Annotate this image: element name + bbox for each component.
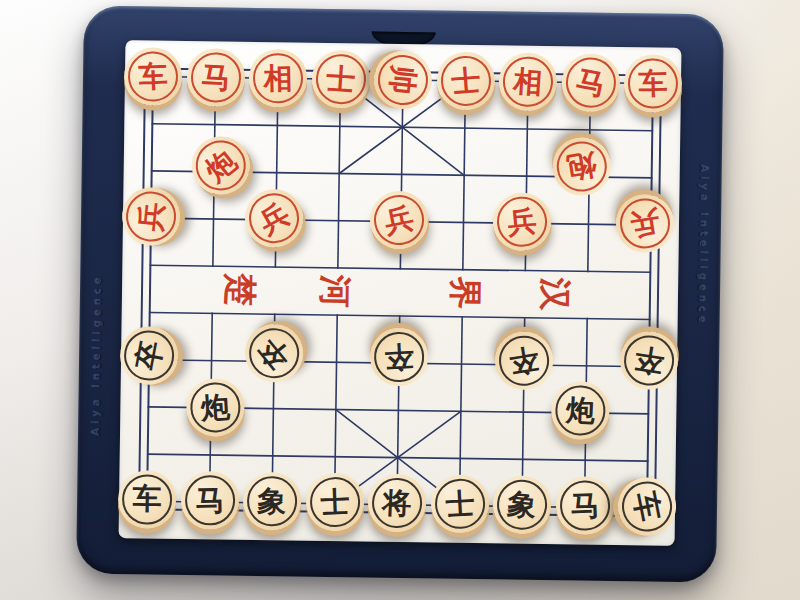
- piece-character: 卒: [507, 344, 540, 377]
- piece-character: 士: [450, 65, 481, 96]
- piece-character: 士: [444, 488, 475, 519]
- piece-character: 车: [638, 69, 668, 99]
- piece-character: 炮: [565, 150, 598, 183]
- piece-character: 马: [195, 485, 225, 515]
- piece-character: 车: [132, 485, 161, 514]
- river-text-he: 河: [313, 269, 358, 314]
- frame-embossed-text-right: Aiya Intelligence: [695, 164, 710, 444]
- river-text-jie: 界: [443, 271, 488, 316]
- piece-character: 炮: [565, 396, 595, 426]
- piece-character: 象: [506, 488, 538, 520]
- piece-character: 卒: [132, 339, 166, 373]
- board-grid-lines: [119, 40, 682, 546]
- piece-character: 马: [200, 62, 230, 92]
- piece-character: 车: [138, 61, 168, 91]
- piece-character: 马: [570, 490, 600, 520]
- piece-character: 炮: [200, 393, 231, 424]
- photo-background: Aiya Intelligence Aiya Intelligence 楚 河 …: [0, 0, 800, 600]
- piece-character: 将: [382, 488, 412, 518]
- piece-character: 士: [320, 487, 350, 517]
- piece-character: 相: [513, 66, 544, 97]
- piece-character: 象: [257, 486, 287, 516]
- river-text-han: 汉: [533, 272, 578, 317]
- river-text-chu: 楚: [218, 267, 263, 312]
- frame-embossed-text-left: Aiya Intelligence: [90, 156, 105, 436]
- piece-character: 兵: [135, 200, 167, 232]
- piece-character: 兵: [628, 206, 661, 239]
- magnetic-board-frame: Aiya Intelligence Aiya Intelligence 楚 河 …: [76, 6, 724, 583]
- piece-character: 马: [574, 66, 608, 100]
- xiangqi-board: 楚 河 界 汉 车马相士帅士相马车炮炮兵兵兵兵兵卒卒卒卒卒炮炮车马象士将士象马车: [119, 40, 682, 546]
- piece-character: 帅: [387, 64, 419, 96]
- piece-character: 相: [263, 63, 293, 93]
- piece-character: 士: [325, 64, 356, 95]
- piece-character: 兵: [506, 206, 538, 238]
- piece-character: 车: [630, 489, 664, 523]
- piece-character: 卒: [384, 342, 415, 373]
- piece-character: 兵: [382, 203, 416, 237]
- piece-character: 卒: [633, 344, 666, 377]
- piece-black-horse[interactable]: 马: [180, 471, 239, 530]
